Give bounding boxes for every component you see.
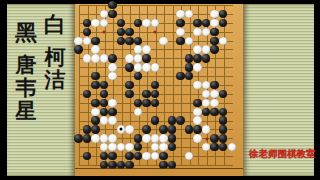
board-intersection — [193, 1, 202, 10]
board-intersection — [83, 1, 92, 10]
board-intersection — [185, 19, 194, 28]
board-intersection — [185, 107, 194, 116]
black-stone — [202, 108, 210, 116]
board-intersection — [227, 152, 236, 161]
board-intersection — [100, 1, 109, 10]
white-stone — [100, 134, 108, 142]
board-intersection — [117, 116, 126, 125]
board-intersection — [168, 27, 177, 36]
board-intersection — [151, 72, 160, 81]
board-intersection — [134, 63, 143, 72]
board-intersection — [83, 81, 92, 90]
board-intersection — [227, 72, 236, 81]
white-stone — [193, 134, 201, 142]
board-intersection — [168, 10, 177, 19]
board-intersection — [142, 134, 151, 143]
board-intersection — [227, 107, 236, 116]
board-intersection — [176, 63, 185, 72]
white-stone — [117, 125, 125, 133]
board-intersection — [151, 152, 160, 161]
white-stone — [91, 45, 99, 53]
board-intersection — [125, 90, 134, 99]
black-stone — [185, 63, 193, 71]
board-intersection — [227, 45, 236, 54]
board-intersection — [193, 152, 202, 161]
white-stone — [91, 54, 99, 62]
black-stone — [125, 81, 133, 89]
board-intersection — [74, 19, 83, 28]
board-intersection — [117, 107, 126, 116]
board-intersection — [117, 1, 126, 10]
board-intersection — [159, 116, 168, 125]
board-intersection — [168, 45, 177, 54]
board-intersection — [185, 36, 194, 45]
board-intersection — [83, 116, 92, 125]
black-stone — [185, 125, 193, 133]
board-intersection — [202, 1, 211, 10]
board-intersection — [142, 125, 151, 134]
board-intersection — [210, 10, 219, 19]
board-intersection — [219, 125, 228, 134]
board-intersection — [210, 54, 219, 63]
board-intersection — [185, 143, 194, 152]
right-side-panel: 徐老师围棋教室 — [243, 4, 314, 176]
board-intersection — [134, 81, 143, 90]
black-stone — [91, 99, 99, 107]
board-intersection — [193, 81, 202, 90]
board-intersection — [159, 125, 168, 134]
player-text-char: 星 — [16, 100, 37, 123]
black-stone — [151, 90, 159, 98]
board-intersection — [91, 1, 100, 10]
black-stone — [202, 54, 210, 62]
board-intersection — [219, 10, 228, 19]
board-intersection — [227, 54, 236, 63]
board-intersection — [159, 19, 168, 28]
black-stone — [219, 143, 227, 151]
board-intersection — [176, 152, 185, 161]
board-intersection — [83, 107, 92, 116]
board-intersection — [227, 143, 236, 152]
black-stone — [159, 125, 167, 133]
board-intersection — [151, 143, 160, 152]
board-intersection — [125, 81, 134, 90]
board-intersection — [210, 72, 219, 81]
board-intersection — [91, 10, 100, 19]
board-intersection — [159, 10, 168, 19]
board-intersection — [100, 54, 109, 63]
board-intersection — [210, 143, 219, 152]
board-intersection — [108, 98, 117, 107]
board-intersection — [108, 54, 117, 63]
board-intersection — [125, 143, 134, 152]
black-stone — [134, 19, 142, 27]
board-intersection — [134, 36, 143, 45]
board-intersection — [219, 36, 228, 45]
board-intersection — [91, 152, 100, 161]
board-intersection — [168, 1, 177, 10]
board-intersection — [168, 54, 177, 63]
board-intersection — [100, 10, 109, 19]
player-text-char: 黑 — [15, 22, 37, 45]
board-intersection — [83, 125, 92, 134]
black-stone — [108, 10, 116, 18]
board-intersection — [202, 90, 211, 99]
black-stone — [142, 54, 150, 62]
board-intersection — [210, 36, 219, 45]
white-stone — [108, 143, 116, 151]
board-intersection — [91, 134, 100, 143]
board-intersection — [100, 27, 109, 36]
board-intersection — [202, 10, 211, 19]
white-stone — [134, 54, 142, 62]
black-stone — [117, 37, 125, 45]
black-stone — [100, 152, 108, 160]
board-intersection — [142, 107, 151, 116]
board-intersection — [193, 125, 202, 134]
board-intersection — [168, 81, 177, 90]
white-stone — [91, 108, 99, 116]
board-intersection — [151, 27, 160, 36]
white-stone — [176, 10, 184, 18]
board-intersection — [142, 72, 151, 81]
white-stone — [202, 143, 210, 151]
player-info-panel: 黑唐韦星 白柯洁 — [7, 4, 75, 176]
white-stone — [142, 63, 150, 71]
board-intersection — [91, 27, 100, 36]
board-intersection — [142, 19, 151, 28]
board-intersection — [227, 90, 236, 99]
white-stone — [100, 143, 108, 151]
board-intersection — [142, 98, 151, 107]
black-stone — [83, 134, 91, 142]
black-stone — [134, 37, 142, 45]
board-intersection — [134, 19, 143, 28]
black-stone — [168, 134, 176, 142]
black-stone — [100, 99, 108, 107]
white-stone — [210, 90, 218, 98]
white-stone — [117, 143, 125, 151]
board-intersection — [202, 19, 211, 28]
board-intersection — [151, 36, 160, 45]
board-intersection — [117, 143, 126, 152]
white-stone — [134, 45, 142, 53]
board-intersection — [202, 125, 211, 134]
board-intersection — [125, 107, 134, 116]
black-stone — [108, 152, 116, 160]
board-intersection — [202, 81, 211, 90]
board-intersection — [108, 10, 117, 19]
board-intersection — [227, 63, 236, 72]
white-stone — [185, 10, 193, 18]
board-intersection — [185, 116, 194, 125]
board-intersection — [117, 98, 126, 107]
black-stone — [108, 1, 116, 9]
board-intersection — [134, 45, 143, 54]
board-intersection — [159, 36, 168, 45]
board-intersection — [176, 54, 185, 63]
white-player-column: 白柯洁 — [40, 14, 70, 92]
black-stone — [219, 116, 227, 124]
board-intersection — [151, 10, 160, 19]
board-intersection — [125, 45, 134, 54]
board-intersection — [142, 36, 151, 45]
board-intersection — [227, 134, 236, 143]
white-stone — [151, 19, 159, 27]
board-intersection — [227, 27, 236, 36]
white-stone — [83, 37, 91, 45]
board-intersection — [219, 72, 228, 81]
board-intersection — [125, 125, 134, 134]
board-intersection — [125, 134, 134, 143]
black-stone — [210, 134, 218, 142]
black-stone — [134, 99, 142, 107]
black-stone — [83, 125, 91, 133]
board-intersection — [108, 63, 117, 72]
board-intersection — [176, 19, 185, 28]
black-stone — [193, 19, 201, 27]
black-stone — [168, 125, 176, 133]
black-stone — [151, 99, 159, 107]
board-intersection — [202, 134, 211, 143]
white-stone — [142, 45, 150, 53]
board-intersection — [210, 81, 219, 90]
white-stone — [210, 19, 218, 27]
board-intersection — [193, 54, 202, 63]
board-intersection — [83, 134, 92, 143]
board-intersection — [227, 98, 236, 107]
black-stone — [151, 116, 159, 124]
board-intersection — [202, 116, 211, 125]
board-intersection — [168, 116, 177, 125]
board-intersection — [193, 134, 202, 143]
board-intersection — [125, 54, 134, 63]
board-intersection — [91, 36, 100, 45]
white-stone — [210, 99, 218, 107]
board-intersection — [151, 125, 160, 134]
board-intersection — [202, 54, 211, 63]
board-intersection — [74, 81, 83, 90]
white-stone — [193, 28, 201, 36]
white-stone — [202, 81, 210, 89]
board-intersection — [168, 63, 177, 72]
board-intersection — [176, 72, 185, 81]
white-stone — [100, 19, 108, 27]
board-intersection — [227, 1, 236, 10]
board-intersection — [176, 1, 185, 10]
board-intersection — [176, 90, 185, 99]
black-stone — [125, 37, 133, 45]
board-intersection — [74, 90, 83, 99]
board-intersection — [74, 125, 83, 134]
board-intersection — [125, 19, 134, 28]
board-intersection — [193, 90, 202, 99]
go-board — [75, 4, 243, 176]
board-intersection — [125, 116, 134, 125]
black-stone — [185, 72, 193, 80]
board-intersection — [108, 116, 117, 125]
board-intersection — [168, 19, 177, 28]
board-intersection — [74, 1, 83, 10]
board-intersection — [219, 116, 228, 125]
board-intersection — [193, 36, 202, 45]
white-stone — [193, 81, 201, 89]
watermark-text: 徐老师围棋教室 — [249, 148, 313, 161]
board-intersection — [100, 125, 109, 134]
board-intersection — [168, 72, 177, 81]
board-intersection — [74, 107, 83, 116]
white-stone — [193, 63, 201, 71]
white-stone — [142, 152, 150, 160]
white-stone — [219, 37, 227, 45]
board-intersection — [159, 143, 168, 152]
board-intersection — [134, 143, 143, 152]
black-stone — [125, 152, 133, 160]
black-stone — [142, 99, 150, 107]
board-intersection — [134, 10, 143, 19]
black-stone — [125, 28, 133, 36]
black-stone — [83, 28, 91, 36]
white-stone — [108, 72, 116, 80]
board-intersection — [202, 143, 211, 152]
board-intersection — [159, 54, 168, 63]
white-stone — [100, 54, 108, 62]
black-stone — [168, 116, 176, 124]
board-intersection — [74, 27, 83, 36]
board-intersection — [159, 152, 168, 161]
board-intersection — [193, 19, 202, 28]
board-intersection — [100, 116, 109, 125]
board-intersection — [134, 116, 143, 125]
black-stone — [219, 108, 227, 116]
board-intersection — [91, 90, 100, 99]
board-intersection — [185, 72, 194, 81]
board-intersection — [210, 90, 219, 99]
black-stone — [91, 72, 99, 80]
board-intersection — [210, 152, 219, 161]
board-intersection — [151, 134, 160, 143]
board-intersection — [159, 72, 168, 81]
board-intersection — [210, 134, 219, 143]
board-intersection — [151, 54, 160, 63]
white-stone — [125, 125, 133, 133]
black-stone — [210, 37, 218, 45]
white-stone — [74, 37, 82, 45]
board-intersection — [202, 63, 211, 72]
black-stone — [134, 72, 142, 80]
board-intersection — [176, 134, 185, 143]
board-intersection — [185, 10, 194, 19]
board-bottom-edge — [75, 168, 243, 169]
white-stone — [202, 125, 210, 133]
white-stone — [91, 19, 99, 27]
white-stone — [142, 19, 150, 27]
white-stone — [151, 152, 159, 160]
board-intersection — [74, 63, 83, 72]
stones-layer — [74, 1, 236, 170]
board-intersection — [83, 45, 92, 54]
board-intersection — [91, 45, 100, 54]
white-stone — [108, 63, 116, 71]
board-intersection — [83, 10, 92, 19]
board-intersection — [125, 36, 134, 45]
board-intersection — [125, 27, 134, 36]
board-intersection — [151, 116, 160, 125]
board-intersection — [151, 81, 160, 90]
board-intersection — [159, 134, 168, 143]
board-intersection — [185, 1, 194, 10]
board-intersection — [151, 107, 160, 116]
board-intersection — [125, 72, 134, 81]
black-stone — [134, 134, 142, 142]
board-intersection — [108, 27, 117, 36]
board-intersection — [193, 143, 202, 152]
white-stone — [91, 134, 99, 142]
board-intersection — [210, 19, 219, 28]
board-intersection — [219, 1, 228, 10]
black-stone — [159, 152, 167, 160]
white-stone — [202, 99, 210, 107]
board-intersection — [134, 125, 143, 134]
board-intersection — [159, 98, 168, 107]
black-stone — [219, 10, 227, 18]
black-stone — [142, 125, 150, 133]
board-intersection — [176, 125, 185, 134]
board-intersection — [83, 54, 92, 63]
black-stone — [117, 19, 125, 27]
white-stone — [100, 10, 108, 18]
white-stone — [185, 152, 193, 160]
board-intersection — [117, 125, 126, 134]
board-intersection — [176, 36, 185, 45]
board-intersection — [74, 98, 83, 107]
board-intersection — [151, 90, 160, 99]
board-intersection — [176, 116, 185, 125]
black-stone — [125, 63, 133, 71]
black-stone — [202, 19, 210, 27]
board-intersection — [227, 36, 236, 45]
black-stone — [176, 19, 184, 27]
board-intersection — [100, 90, 109, 99]
board-intersection — [219, 90, 228, 99]
black-stone — [134, 152, 142, 160]
board-intersection — [108, 45, 117, 54]
black-stone — [125, 90, 133, 98]
board-intersection — [176, 27, 185, 36]
black-stone — [91, 37, 99, 45]
board-intersection — [193, 107, 202, 116]
white-stone — [176, 28, 184, 36]
board-intersection — [151, 45, 160, 54]
white-stone — [202, 45, 210, 53]
board-intersection — [108, 1, 117, 10]
white-stone — [193, 116, 201, 124]
board-intersection — [74, 45, 83, 54]
board-intersection — [74, 143, 83, 152]
black-stone — [168, 143, 176, 151]
board-intersection — [159, 107, 168, 116]
white-stone — [159, 37, 167, 45]
board-intersection — [193, 10, 202, 19]
white-stone — [125, 143, 133, 151]
white-stone — [210, 10, 218, 18]
board-intersection — [185, 63, 194, 72]
last-move-marker — [119, 128, 122, 131]
board-intersection — [83, 143, 92, 152]
board-intersection — [134, 98, 143, 107]
board-intersection — [185, 90, 194, 99]
board-intersection — [142, 54, 151, 63]
